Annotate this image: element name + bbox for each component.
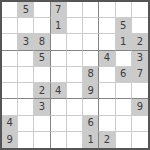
- cell-r5c5[interactable]: 9: [83, 83, 99, 99]
- cell-r8c7[interactable]: [116, 132, 132, 148]
- cell-r3c5[interactable]: [83, 51, 99, 67]
- cell-r2c8[interactable]: 2: [132, 34, 148, 50]
- cell-r5c7[interactable]: [116, 83, 132, 99]
- cell-r1c7[interactable]: 5: [116, 18, 132, 34]
- cell-r4c1[interactable]: [18, 67, 34, 83]
- cell-r8c1[interactable]: [18, 132, 34, 148]
- cell-r7c7[interactable]: [116, 116, 132, 132]
- cell-r8c6[interactable]: 2: [99, 132, 115, 148]
- cell-r3c1[interactable]: [18, 51, 34, 67]
- cell-r7c2[interactable]: [34, 116, 50, 132]
- cell-r0c1[interactable]: 5: [18, 2, 34, 18]
- cell-r5c4[interactable]: [67, 83, 83, 99]
- sudoku-board: 571538125438672493946912: [0, 0, 150, 150]
- cell-r3c8[interactable]: 3: [132, 51, 148, 67]
- cell-r2c0[interactable]: [2, 34, 18, 50]
- cell-r4c0[interactable]: [2, 67, 18, 83]
- cell-r3c6[interactable]: 4: [99, 51, 115, 67]
- cell-r3c3[interactable]: [51, 51, 67, 67]
- cell-r2c4[interactable]: [67, 34, 83, 50]
- cell-r5c6[interactable]: [99, 83, 115, 99]
- cell-r5c8[interactable]: [132, 83, 148, 99]
- cell-r4c2[interactable]: [34, 67, 50, 83]
- cell-r6c6[interactable]: [99, 99, 115, 115]
- cell-r2c1[interactable]: 3: [18, 34, 34, 50]
- cell-r2c3[interactable]: [51, 34, 67, 50]
- cell-r1c2[interactable]: [34, 18, 50, 34]
- cell-r4c8[interactable]: 7: [132, 67, 148, 83]
- cell-r8c0[interactable]: 9: [2, 132, 18, 148]
- cell-r6c8[interactable]: 9: [132, 99, 148, 115]
- cell-r1c6[interactable]: [99, 18, 115, 34]
- cell-r6c3[interactable]: [51, 99, 67, 115]
- cell-r5c3[interactable]: 4: [51, 83, 67, 99]
- cell-r0c8[interactable]: [132, 2, 148, 18]
- cell-r2c7[interactable]: 1: [116, 34, 132, 50]
- cell-r8c3[interactable]: [51, 132, 67, 148]
- cell-r1c1[interactable]: [18, 18, 34, 34]
- cell-r0c7[interactable]: [116, 2, 132, 18]
- cell-r0c4[interactable]: [67, 2, 83, 18]
- cell-r8c4[interactable]: [67, 132, 83, 148]
- cell-r6c5[interactable]: [83, 99, 99, 115]
- cell-r8c8[interactable]: [132, 132, 148, 148]
- cell-r6c0[interactable]: [2, 99, 18, 115]
- cell-r0c3[interactable]: 7: [51, 2, 67, 18]
- cell-r8c2[interactable]: [34, 132, 50, 148]
- cell-r1c4[interactable]: [67, 18, 83, 34]
- cell-r2c5[interactable]: [83, 34, 99, 50]
- cell-r2c2[interactable]: 8: [34, 34, 50, 50]
- cell-r4c7[interactable]: 6: [116, 67, 132, 83]
- cell-r7c3[interactable]: [51, 116, 67, 132]
- cell-r5c1[interactable]: [18, 83, 34, 99]
- cell-r7c5[interactable]: 6: [83, 116, 99, 132]
- cell-r4c3[interactable]: [51, 67, 67, 83]
- cell-r7c8[interactable]: [132, 116, 148, 132]
- cell-r1c5[interactable]: [83, 18, 99, 34]
- cell-r7c0[interactable]: 4: [2, 116, 18, 132]
- cell-r2c6[interactable]: [99, 34, 115, 50]
- cell-r0c0[interactable]: [2, 2, 18, 18]
- cell-r7c1[interactable]: [18, 116, 34, 132]
- cell-r5c2[interactable]: 2: [34, 83, 50, 99]
- cell-r6c7[interactable]: [116, 99, 132, 115]
- cell-r3c0[interactable]: [2, 51, 18, 67]
- cell-r0c5[interactable]: [83, 2, 99, 18]
- cell-r3c4[interactable]: [67, 51, 83, 67]
- cell-r3c2[interactable]: 5: [34, 51, 50, 67]
- cell-r4c5[interactable]: 8: [83, 67, 99, 83]
- cell-r5c0[interactable]: [2, 83, 18, 99]
- cell-r4c6[interactable]: [99, 67, 115, 83]
- cell-r3c7[interactable]: [116, 51, 132, 67]
- cell-r1c0[interactable]: [2, 18, 18, 34]
- cell-r0c2[interactable]: [34, 2, 50, 18]
- cell-r6c2[interactable]: 3: [34, 99, 50, 115]
- cell-r4c4[interactable]: [67, 67, 83, 83]
- cell-r6c4[interactable]: [67, 99, 83, 115]
- cell-r6c1[interactable]: [18, 99, 34, 115]
- cell-r1c3[interactable]: 1: [51, 18, 67, 34]
- cell-r8c5[interactable]: 1: [83, 132, 99, 148]
- cell-r7c4[interactable]: [67, 116, 83, 132]
- cell-r7c6[interactable]: [99, 116, 115, 132]
- cell-r1c8[interactable]: [132, 18, 148, 34]
- cell-r0c6[interactable]: [99, 2, 115, 18]
